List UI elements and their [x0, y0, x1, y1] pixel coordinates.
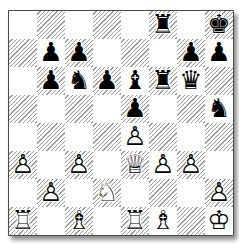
square-b7: ♟♟ — [37, 39, 65, 67]
square-f3: ♟♙ — [149, 151, 177, 179]
square-h5: ♞♞ — [205, 95, 233, 123]
square-d2: ♞♘ — [93, 179, 121, 207]
square-f7 — [149, 39, 177, 67]
white-pawn: ♟♙ — [121, 123, 149, 151]
chess-diagram: ♜♜♚♚♟♟♟♟♟♟♟♟♟♟♞♞♟♟♝♝♜♜♛♛♟♟♞♞♟♙♟♙♟♙♛♕♟♙♟♙… — [0, 0, 239, 244]
black-pawn-glyph: ♟ — [205, 38, 233, 66]
square-b1 — [37, 207, 65, 235]
piece-halo: ♛ — [121, 150, 149, 178]
square-d6: ♟♟ — [93, 67, 121, 95]
white-king-glyph: ♔ — [205, 206, 233, 234]
square-h1: ♚♔ — [205, 207, 233, 235]
square-c6: ♞♞ — [65, 67, 93, 95]
square-e8 — [121, 11, 149, 39]
white-rook: ♜♖ — [121, 207, 149, 235]
square-c7: ♟♟ — [65, 39, 93, 67]
white-queen: ♛♕ — [121, 151, 149, 179]
square-d1 — [93, 207, 121, 235]
white-pawn: ♟♙ — [9, 151, 37, 179]
white-pawn: ♟♙ — [37, 179, 65, 207]
piece-halo: ♟ — [121, 122, 149, 150]
piece-halo: ♟ — [149, 150, 177, 178]
piece-halo: ♝ — [121, 66, 149, 94]
square-d4 — [93, 123, 121, 151]
piece-halo: ♟ — [65, 150, 93, 178]
black-pawn: ♟♟ — [121, 95, 149, 123]
square-f1: ♝♗ — [149, 207, 177, 235]
piece-halo: ♟ — [177, 38, 205, 66]
square-g3: ♟♙ — [177, 151, 205, 179]
square-c4 — [65, 123, 93, 151]
piece-halo: ♞ — [205, 94, 233, 122]
white-pawn-glyph: ♙ — [121, 122, 149, 150]
square-a7 — [9, 39, 37, 67]
square-g7: ♟♟ — [177, 39, 205, 67]
black-pawn-glyph: ♟ — [93, 66, 121, 94]
black-queen-glyph: ♛ — [177, 66, 205, 94]
white-rook-glyph: ♖ — [121, 206, 149, 234]
black-pawn-glyph: ♟ — [177, 38, 205, 66]
square-e1: ♜♖ — [121, 207, 149, 235]
black-rook-glyph: ♜ — [149, 10, 177, 38]
square-b3 — [37, 151, 65, 179]
square-f2 — [149, 179, 177, 207]
square-a1: ♜♖ — [9, 207, 37, 235]
square-e3: ♛♕ — [121, 151, 149, 179]
square-g2 — [177, 179, 205, 207]
square-g8 — [177, 11, 205, 39]
square-f8: ♜♜ — [149, 11, 177, 39]
white-bishop: ♝♗ — [65, 207, 93, 235]
board-frame: ♜♜♚♚♟♟♟♟♟♟♟♟♟♟♞♞♟♟♝♝♜♜♛♛♟♟♞♞♟♙♟♙♟♙♛♕♟♙♟♙… — [8, 10, 234, 236]
chess-board: ♜♜♚♚♟♟♟♟♟♟♟♟♟♟♞♞♟♟♝♝♜♜♛♛♟♟♞♞♟♙♟♙♟♙♛♕♟♙♟♙… — [9, 11, 233, 235]
square-a4 — [9, 123, 37, 151]
white-bishop-glyph: ♗ — [65, 206, 93, 234]
square-b6: ♟♟ — [37, 67, 65, 95]
black-bishop: ♝♝ — [121, 67, 149, 95]
square-e7 — [121, 39, 149, 67]
white-king: ♚♔ — [205, 207, 233, 235]
piece-halo: ♚ — [205, 206, 233, 234]
black-pawn-glyph: ♟ — [37, 66, 65, 94]
black-rook: ♜♜ — [149, 67, 177, 95]
black-bishop-glyph: ♝ — [121, 66, 149, 94]
piece-halo: ♟ — [65, 38, 93, 66]
square-h2: ♟♙ — [205, 179, 233, 207]
piece-halo: ♟ — [205, 178, 233, 206]
square-a6 — [9, 67, 37, 95]
white-pawn: ♟♙ — [205, 179, 233, 207]
piece-halo: ♟ — [93, 66, 121, 94]
square-c1: ♝♗ — [65, 207, 93, 235]
square-b2: ♟♙ — [37, 179, 65, 207]
square-c8 — [65, 11, 93, 39]
black-pawn-glyph: ♟ — [37, 38, 65, 66]
square-h8: ♚♚ — [205, 11, 233, 39]
white-pawn-glyph: ♙ — [177, 150, 205, 178]
black-pawn: ♟♟ — [93, 67, 121, 95]
square-d5 — [93, 95, 121, 123]
black-king-glyph: ♚ — [205, 10, 233, 38]
white-pawn: ♟♙ — [149, 151, 177, 179]
black-pawn-glyph: ♟ — [121, 94, 149, 122]
white-pawn: ♟♙ — [65, 151, 93, 179]
square-d7 — [93, 39, 121, 67]
piece-halo: ♞ — [93, 178, 121, 206]
white-queen-glyph: ♕ — [121, 150, 149, 178]
piece-halo: ♟ — [9, 150, 37, 178]
white-knight: ♞♘ — [93, 179, 121, 207]
square-a5 — [9, 95, 37, 123]
black-knight-glyph: ♞ — [65, 66, 93, 94]
square-f4 — [149, 123, 177, 151]
white-rook-glyph: ♖ — [9, 206, 37, 234]
black-pawn: ♟♟ — [37, 67, 65, 95]
black-pawn-glyph: ♟ — [65, 38, 93, 66]
square-g5 — [177, 95, 205, 123]
white-knight-glyph: ♘ — [93, 178, 121, 206]
black-pawn: ♟♟ — [65, 39, 93, 67]
square-d8 — [93, 11, 121, 39]
square-g1 — [177, 207, 205, 235]
square-a8 — [9, 11, 37, 39]
square-a3: ♟♙ — [9, 151, 37, 179]
square-f5 — [149, 95, 177, 123]
square-c3: ♟♙ — [65, 151, 93, 179]
black-pawn: ♟♟ — [177, 39, 205, 67]
square-e2 — [121, 179, 149, 207]
square-h7: ♟♟ — [205, 39, 233, 67]
square-c5 — [65, 95, 93, 123]
piece-halo: ♟ — [121, 94, 149, 122]
square-h6 — [205, 67, 233, 95]
piece-halo: ♟ — [205, 38, 233, 66]
white-bishop: ♝♗ — [149, 207, 177, 235]
square-c2 — [65, 179, 93, 207]
square-h4 — [205, 123, 233, 151]
piece-halo: ♜ — [121, 206, 149, 234]
square-f6: ♜♜ — [149, 67, 177, 95]
white-pawn-glyph: ♙ — [65, 150, 93, 178]
piece-halo: ♚ — [205, 10, 233, 38]
square-b4 — [37, 123, 65, 151]
black-queen: ♛♛ — [177, 67, 205, 95]
square-e5: ♟♟ — [121, 95, 149, 123]
white-pawn-glyph: ♙ — [37, 178, 65, 206]
square-g4 — [177, 123, 205, 151]
piece-halo: ♝ — [149, 206, 177, 234]
black-knight-glyph: ♞ — [205, 94, 233, 122]
piece-halo: ♛ — [177, 66, 205, 94]
black-rook: ♜♜ — [149, 11, 177, 39]
square-b8 — [37, 11, 65, 39]
square-e6: ♝♝ — [121, 67, 149, 95]
black-knight: ♞♞ — [205, 95, 233, 123]
piece-halo: ♟ — [177, 150, 205, 178]
square-d3 — [93, 151, 121, 179]
piece-halo: ♟ — [37, 178, 65, 206]
black-king: ♚♚ — [205, 11, 233, 39]
piece-halo: ♟ — [37, 38, 65, 66]
piece-halo: ♜ — [149, 10, 177, 38]
white-pawn-glyph: ♙ — [9, 150, 37, 178]
white-pawn: ♟♙ — [177, 151, 205, 179]
black-pawn: ♟♟ — [37, 39, 65, 67]
black-knight: ♞♞ — [65, 67, 93, 95]
square-g6: ♛♛ — [177, 67, 205, 95]
white-pawn-glyph: ♙ — [149, 150, 177, 178]
piece-halo: ♞ — [65, 66, 93, 94]
white-bishop-glyph: ♗ — [149, 206, 177, 234]
square-e4: ♟♙ — [121, 123, 149, 151]
white-pawn-glyph: ♙ — [205, 178, 233, 206]
piece-halo: ♝ — [65, 206, 93, 234]
black-rook-glyph: ♜ — [149, 66, 177, 94]
piece-halo: ♟ — [37, 66, 65, 94]
white-rook: ♜♖ — [9, 207, 37, 235]
square-h3 — [205, 151, 233, 179]
piece-halo: ♜ — [9, 206, 37, 234]
square-a2 — [9, 179, 37, 207]
square-b5 — [37, 95, 65, 123]
piece-halo: ♜ — [149, 66, 177, 94]
black-pawn: ♟♟ — [205, 39, 233, 67]
